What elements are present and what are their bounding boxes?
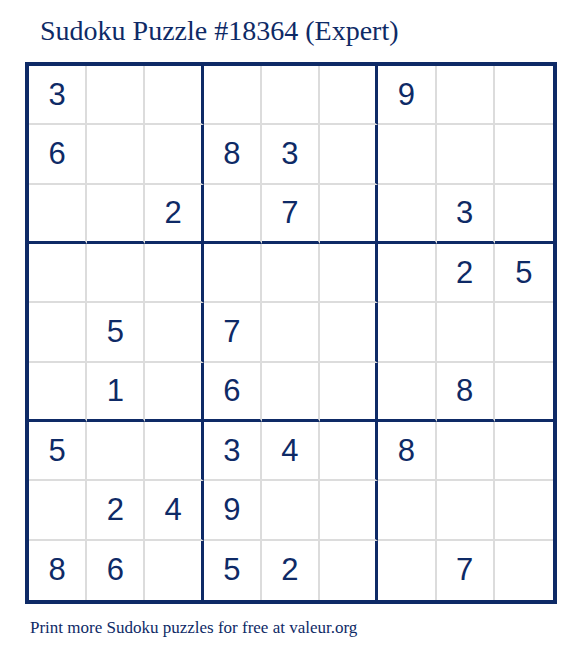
cell-r7c1: 5: [29, 422, 87, 481]
cell-r4c2: [87, 244, 145, 303]
cell-r7c5: 4: [262, 422, 320, 481]
cell-r8c3: 4: [145, 481, 203, 540]
cell-r9c5: 2: [262, 541, 320, 600]
cell-r5c9: [495, 303, 553, 362]
cell-r3c7: [378, 185, 436, 244]
cell-r3c9: [495, 185, 553, 244]
cell-r9c2: 6: [87, 541, 145, 600]
cell-r4c6: [320, 244, 378, 303]
cell-r5c5: [262, 303, 320, 362]
cell-r1c9: [495, 66, 553, 125]
cell-r9c4: 5: [204, 541, 262, 600]
cell-r2c9: [495, 125, 553, 184]
cell-r2c4: 8: [204, 125, 262, 184]
cell-r9c8: 7: [437, 541, 495, 600]
cell-r6c9: [495, 363, 553, 422]
cell-r5c8: [437, 303, 495, 362]
cell-r6c7: [378, 363, 436, 422]
cell-r2c2: [87, 125, 145, 184]
cell-r2c3: [145, 125, 203, 184]
cell-r6c3: [145, 363, 203, 422]
cell-r3c4: [204, 185, 262, 244]
cell-r3c5: 7: [262, 185, 320, 244]
cell-r6c6: [320, 363, 378, 422]
cell-r3c3: 2: [145, 185, 203, 244]
cell-r8c8: [437, 481, 495, 540]
cell-r1c1: 3: [29, 66, 87, 125]
cell-r7c9: [495, 422, 553, 481]
cell-r5c4: 7: [204, 303, 262, 362]
cell-r7c4: 3: [204, 422, 262, 481]
cell-r5c7: [378, 303, 436, 362]
cell-r1c8: [437, 66, 495, 125]
cell-r1c3: [145, 66, 203, 125]
cell-r6c2: 1: [87, 363, 145, 422]
cell-r4c9: 5: [495, 244, 553, 303]
cell-r7c7: 8: [378, 422, 436, 481]
cell-r6c1: [29, 363, 87, 422]
cell-r9c9: [495, 541, 553, 600]
cell-r6c5: [262, 363, 320, 422]
cell-r7c6: [320, 422, 378, 481]
cell-r5c2: 5: [87, 303, 145, 362]
cell-r8c2: 2: [87, 481, 145, 540]
cell-r6c4: 6: [204, 363, 262, 422]
cell-r2c7: [378, 125, 436, 184]
cell-r7c2: [87, 422, 145, 481]
cell-r3c2: [87, 185, 145, 244]
cell-r4c3: [145, 244, 203, 303]
cell-r3c8: 3: [437, 185, 495, 244]
cell-r7c8: [437, 422, 495, 481]
page-title: Sudoku Puzzle #18364 (Expert): [40, 14, 399, 48]
cell-r5c3: [145, 303, 203, 362]
cell-r9c1: 8: [29, 541, 87, 600]
footer-text: Print more Sudoku puzzles for free at va…: [30, 617, 357, 639]
cell-r1c2: [87, 66, 145, 125]
cell-r2c5: 3: [262, 125, 320, 184]
cell-r4c7: [378, 244, 436, 303]
cell-r3c1: [29, 185, 87, 244]
cell-r5c6: [320, 303, 378, 362]
cell-r9c6: [320, 541, 378, 600]
cell-r8c9: [495, 481, 553, 540]
cell-r3c6: [320, 185, 378, 244]
cell-r1c6: [320, 66, 378, 125]
cell-r4c1: [29, 244, 87, 303]
cell-r2c8: [437, 125, 495, 184]
cell-r5c1: [29, 303, 87, 362]
cell-r4c8: 2: [437, 244, 495, 303]
cell-r6c8: 8: [437, 363, 495, 422]
sudoku-board: 396832732557168534824986527: [25, 62, 557, 604]
cell-r1c5: [262, 66, 320, 125]
cell-r4c4: [204, 244, 262, 303]
cell-r9c7: [378, 541, 436, 600]
sudoku-page: Sudoku Puzzle #18364 (Expert) 3968327325…: [0, 0, 580, 651]
cell-r8c1: [29, 481, 87, 540]
cell-r2c1: 6: [29, 125, 87, 184]
cell-r4c5: [262, 244, 320, 303]
cell-r7c3: [145, 422, 203, 481]
cell-r8c6: [320, 481, 378, 540]
cell-r9c3: [145, 541, 203, 600]
cell-r1c7: 9: [378, 66, 436, 125]
cell-r1c4: [204, 66, 262, 125]
cell-r8c4: 9: [204, 481, 262, 540]
cell-r8c7: [378, 481, 436, 540]
cell-r2c6: [320, 125, 378, 184]
cell-r8c5: [262, 481, 320, 540]
